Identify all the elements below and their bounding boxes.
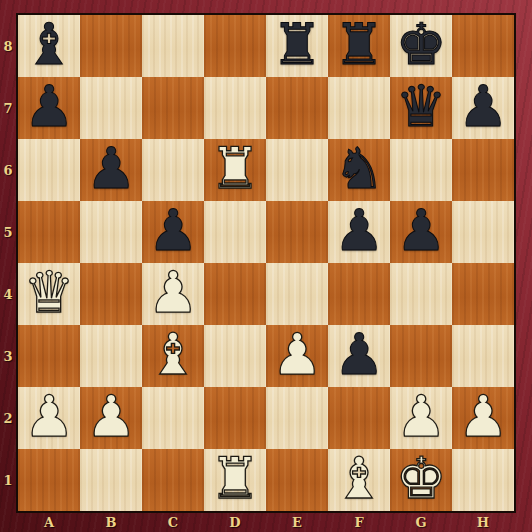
file-label-b: B	[80, 513, 142, 532]
rank-label-8: 8	[0, 15, 16, 77]
square-b8[interactable]	[80, 15, 142, 77]
piece-white-pawn[interactable]: ♟	[23, 385, 74, 447]
square-a2[interactable]: ♟	[18, 387, 80, 449]
rank-label-6: 6	[0, 139, 16, 201]
piece-white-rook[interactable]: ♜	[209, 137, 260, 199]
piece-black-rook[interactable]: ♜	[271, 13, 322, 75]
square-d2[interactable]	[204, 387, 266, 449]
square-b1[interactable]	[80, 449, 142, 511]
rank-label-7: 7	[0, 77, 16, 139]
square-d7[interactable]	[204, 77, 266, 139]
square-d4[interactable]	[204, 263, 266, 325]
square-a7[interactable]: ♟	[18, 77, 80, 139]
file-label-h: H	[452, 513, 514, 532]
square-d6[interactable]: ♜	[204, 139, 266, 201]
piece-white-pawn[interactable]: ♟	[395, 385, 446, 447]
square-b5[interactable]	[80, 201, 142, 263]
piece-white-pawn[interactable]: ♟	[85, 385, 136, 447]
piece-black-pawn[interactable]: ♟	[85, 137, 136, 199]
square-e2[interactable]	[266, 387, 328, 449]
square-b7[interactable]	[80, 77, 142, 139]
file-label-g: G	[390, 513, 452, 532]
square-e5[interactable]	[266, 201, 328, 263]
square-h4[interactable]	[452, 263, 514, 325]
board: ♝♜♜♚♟♛♟♟♜♞♟♟♟♛♟♝♟♟♟♟♟♟♜♝♚	[18, 15, 514, 511]
piece-black-knight[interactable]: ♞	[333, 137, 384, 199]
square-f4[interactable]	[328, 263, 390, 325]
file-label-f: F	[328, 513, 390, 532]
square-g4[interactable]	[390, 263, 452, 325]
square-e7[interactable]	[266, 77, 328, 139]
piece-black-pawn[interactable]: ♟	[147, 199, 198, 261]
rank-label-3: 3	[0, 325, 16, 387]
piece-white-king[interactable]: ♚	[395, 447, 446, 509]
piece-white-queen[interactable]: ♛	[23, 261, 74, 323]
square-d1[interactable]: ♜	[204, 449, 266, 511]
square-a6[interactable]	[18, 139, 80, 201]
rank-label-1: 1	[0, 449, 16, 511]
piece-black-pawn[interactable]: ♟	[457, 75, 508, 137]
square-d5[interactable]	[204, 201, 266, 263]
square-g3[interactable]	[390, 325, 452, 387]
square-g2[interactable]: ♟	[390, 387, 452, 449]
square-g6[interactable]	[390, 139, 452, 201]
rank-label-2: 2	[0, 387, 16, 449]
rank-label-5: 5	[0, 201, 16, 263]
square-b4[interactable]	[80, 263, 142, 325]
square-d3[interactable]	[204, 325, 266, 387]
piece-black-king[interactable]: ♚	[395, 13, 446, 75]
square-g7[interactable]: ♛	[390, 77, 452, 139]
piece-black-pawn[interactable]: ♟	[395, 199, 446, 261]
file-label-e: E	[266, 513, 328, 532]
square-f6[interactable]: ♞	[328, 139, 390, 201]
square-f1[interactable]: ♝	[328, 449, 390, 511]
piece-white-pawn[interactable]: ♟	[271, 323, 322, 385]
square-h8[interactable]	[452, 15, 514, 77]
piece-black-pawn[interactable]: ♟	[333, 323, 384, 385]
square-a3[interactable]	[18, 325, 80, 387]
square-h7[interactable]: ♟	[452, 77, 514, 139]
square-c7[interactable]	[142, 77, 204, 139]
square-g5[interactable]: ♟	[390, 201, 452, 263]
file-label-d: D	[204, 513, 266, 532]
chess-board-window: ♝♜♜♚♟♛♟♟♜♞♟♟♟♛♟♝♟♟♟♟♟♟♜♝♚ 87654321 ABCDE…	[0, 0, 532, 532]
square-c3[interactable]: ♝	[142, 325, 204, 387]
file-label-a: A	[18, 513, 80, 532]
square-g8[interactable]: ♚	[390, 15, 452, 77]
square-h2[interactable]: ♟	[452, 387, 514, 449]
board-frame: ♝♜♜♚♟♛♟♟♜♞♟♟♟♛♟♝♟♟♟♟♟♟♜♝♚	[16, 13, 516, 513]
piece-black-bishop[interactable]: ♝	[23, 13, 74, 75]
square-f2[interactable]	[328, 387, 390, 449]
square-f7[interactable]	[328, 77, 390, 139]
piece-white-pawn[interactable]: ♟	[147, 261, 198, 323]
square-b6[interactable]: ♟	[80, 139, 142, 201]
square-g1[interactable]: ♚	[390, 449, 452, 511]
square-h6[interactable]	[452, 139, 514, 201]
square-h5[interactable]	[452, 201, 514, 263]
piece-white-bishop[interactable]: ♝	[333, 447, 384, 509]
square-c5[interactable]: ♟	[142, 201, 204, 263]
square-e3[interactable]: ♟	[266, 325, 328, 387]
square-c2[interactable]	[142, 387, 204, 449]
square-a4[interactable]: ♛	[18, 263, 80, 325]
piece-white-rook[interactable]: ♜	[209, 447, 260, 509]
piece-white-pawn[interactable]: ♟	[457, 385, 508, 447]
square-d8[interactable]	[204, 15, 266, 77]
square-e8[interactable]: ♜	[266, 15, 328, 77]
square-h3[interactable]	[452, 325, 514, 387]
square-f8[interactable]: ♜	[328, 15, 390, 77]
piece-black-rook[interactable]: ♜	[333, 13, 384, 75]
square-c1[interactable]	[142, 449, 204, 511]
square-c6[interactable]	[142, 139, 204, 201]
square-a1[interactable]	[18, 449, 80, 511]
square-b2[interactable]: ♟	[80, 387, 142, 449]
square-b3[interactable]	[80, 325, 142, 387]
square-e6[interactable]	[266, 139, 328, 201]
square-c8[interactable]	[142, 15, 204, 77]
piece-black-pawn[interactable]: ♟	[23, 75, 74, 137]
piece-white-bishop[interactable]: ♝	[147, 323, 198, 385]
square-h1[interactable]	[452, 449, 514, 511]
square-e4[interactable]	[266, 263, 328, 325]
square-c4[interactable]: ♟	[142, 263, 204, 325]
rank-label-4: 4	[0, 263, 16, 325]
square-a8[interactable]: ♝	[18, 15, 80, 77]
piece-black-pawn[interactable]: ♟	[333, 199, 384, 261]
square-f3[interactable]: ♟	[328, 325, 390, 387]
piece-black-queen[interactable]: ♛	[395, 75, 446, 137]
file-label-c: C	[142, 513, 204, 532]
square-e1[interactable]	[266, 449, 328, 511]
square-a5[interactable]	[18, 201, 80, 263]
square-f5[interactable]: ♟	[328, 201, 390, 263]
